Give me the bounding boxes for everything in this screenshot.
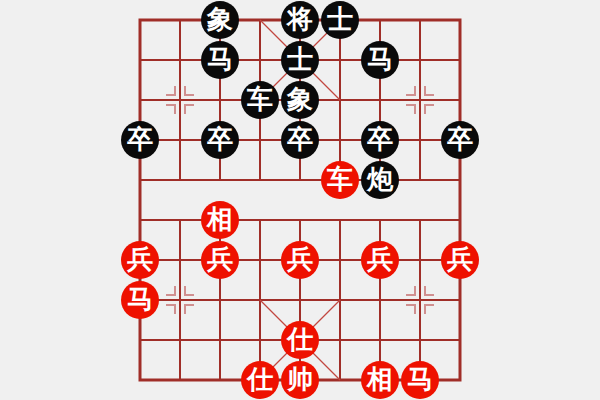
red-soldier[interactable]: 兵 (281, 241, 319, 279)
red-general[interactable]: 帅 (281, 361, 319, 399)
black-advisor[interactable]: 士 (281, 41, 319, 79)
black-elephant[interactable]: 象 (281, 81, 319, 119)
red-elephant[interactable]: 相 (201, 201, 239, 239)
black-soldier[interactable]: 卒 (361, 121, 399, 159)
xiangqi-board: 象将士马士马车象卒卒卒卒卒炮车相兵兵兵兵兵马仕仕帅相马 (0, 0, 600, 400)
black-soldier[interactable]: 卒 (281, 121, 319, 159)
black-soldier[interactable]: 卒 (121, 121, 159, 159)
black-advisor[interactable]: 士 (321, 1, 359, 39)
red-chariot[interactable]: 车 (321, 161, 359, 199)
red-soldier[interactable]: 兵 (361, 241, 399, 279)
black-general[interactable]: 将 (281, 1, 319, 39)
red-advisor[interactable]: 仕 (241, 361, 279, 399)
black-chariot[interactable]: 车 (241, 81, 279, 119)
black-soldier[interactable]: 卒 (201, 121, 239, 159)
red-elephant[interactable]: 相 (361, 361, 399, 399)
red-soldier[interactable]: 兵 (201, 241, 239, 279)
black-cannon[interactable]: 炮 (361, 161, 399, 199)
black-horse[interactable]: 马 (361, 41, 399, 79)
red-advisor[interactable]: 仕 (281, 321, 319, 359)
black-horse[interactable]: 马 (201, 41, 239, 79)
black-elephant[interactable]: 象 (201, 1, 239, 39)
black-soldier[interactable]: 卒 (441, 121, 479, 159)
red-horse[interactable]: 马 (401, 361, 439, 399)
red-horse[interactable]: 马 (121, 281, 159, 319)
red-soldier[interactable]: 兵 (121, 241, 159, 279)
red-soldier[interactable]: 兵 (441, 241, 479, 279)
